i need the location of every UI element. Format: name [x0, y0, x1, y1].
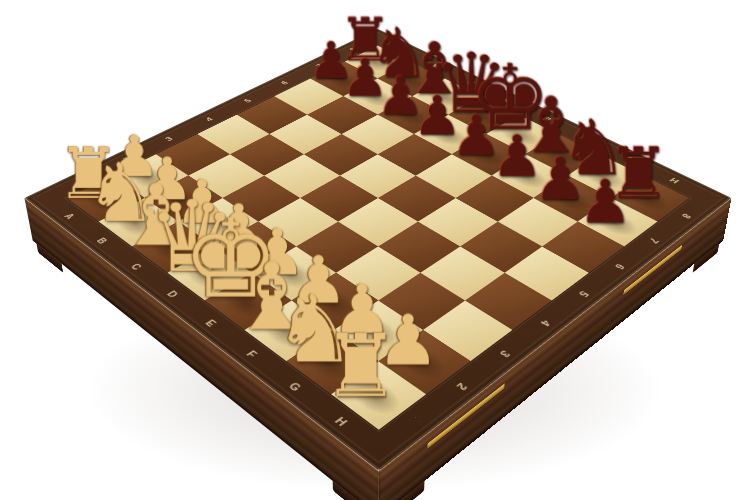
piece-black-pawn-h7[interactable]: ♟ — [578, 174, 632, 231]
piece-white-rook-h1[interactable]: ♜ — [322, 325, 400, 407]
box-foot — [333, 480, 373, 500]
photo-stage: ABCDEFGH ABCDEFGH 87654321 87654321 ♜♞♝♛… — [0, 0, 750, 500]
box-foot — [693, 243, 720, 273]
box-foot — [385, 480, 425, 500]
square-b5[interactable] — [269, 115, 341, 155]
box-foot — [36, 243, 63, 273]
